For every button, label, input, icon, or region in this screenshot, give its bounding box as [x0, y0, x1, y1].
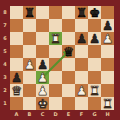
white-rook-h1[interactable]: ♜: [101, 97, 114, 110]
square-a6[interactable]: [10, 32, 23, 45]
square-g8[interactable]: ♚: [88, 6, 101, 19]
square-a2[interactable]: ♛: [10, 84, 23, 97]
square-e2[interactable]: [62, 84, 75, 97]
square-b2[interactable]: [23, 84, 36, 97]
rank-label: 3: [0, 71, 10, 84]
square-d6[interactable]: ♜: [49, 32, 62, 45]
white-rook-d6[interactable]: ♜: [49, 32, 62, 45]
square-f4[interactable]: [75, 58, 88, 71]
file-label: C: [36, 110, 49, 120]
square-e3[interactable]: [62, 71, 75, 84]
white-pawn-f2[interactable]: ♟: [75, 84, 88, 97]
square-b7[interactable]: [23, 19, 36, 32]
square-g6[interactable]: ♟: [88, 32, 101, 45]
square-c8[interactable]: [36, 6, 49, 19]
square-e8[interactable]: [62, 6, 75, 19]
square-h5[interactable]: [101, 45, 114, 58]
square-e4[interactable]: [62, 58, 75, 71]
white-queen-a2[interactable]: ♛: [10, 84, 23, 97]
square-d4[interactable]: [49, 58, 62, 71]
rank-label: 4: [0, 58, 10, 71]
square-f2[interactable]: ♟: [75, 84, 88, 97]
rank-label: 8: [0, 6, 10, 19]
square-e5[interactable]: ♛: [62, 45, 75, 58]
file-label: H: [101, 110, 114, 120]
file-labels: ABCDEFGH: [10, 110, 114, 120]
rank-label: 6: [0, 32, 10, 45]
square-c1[interactable]: ♚: [36, 97, 49, 110]
square-d5[interactable]: [49, 45, 62, 58]
square-b4[interactable]: ♟: [23, 58, 36, 71]
square-h4[interactable]: [101, 58, 114, 71]
black-king-g8[interactable]: ♚: [88, 6, 101, 19]
square-h6[interactable]: ♟: [101, 32, 114, 45]
white-pawn-h6[interactable]: ♟: [101, 32, 114, 45]
black-rook-f8[interactable]: ♜: [75, 6, 88, 19]
square-g4[interactable]: [88, 58, 101, 71]
square-c6[interactable]: [36, 32, 49, 45]
file-label: A: [10, 110, 23, 120]
file-label: D: [49, 110, 62, 120]
square-e7[interactable]: [62, 19, 75, 32]
square-b3[interactable]: [23, 71, 36, 84]
square-b6[interactable]: [23, 32, 36, 45]
black-queen-e5[interactable]: ♛: [62, 45, 75, 58]
square-h1[interactable]: ♜: [101, 97, 114, 110]
black-pawn-f6[interactable]: ♟: [75, 32, 88, 45]
square-g1[interactable]: [88, 97, 101, 110]
square-f5[interactable]: [75, 45, 88, 58]
white-rook-g2[interactable]: ♜: [88, 84, 101, 97]
file-label: G: [88, 110, 101, 120]
black-pawn-g6[interactable]: ♟: [88, 32, 101, 45]
file-label: E: [62, 110, 75, 120]
chess-board-frame: 87654321 ♜♜♚♟♜♟♟♟♛♟♟♟♟♛♟♟♜♚♜ ABCDEFGH: [0, 0, 120, 120]
rank-label: 5: [0, 45, 10, 58]
rank-label: 7: [0, 19, 10, 32]
square-d2[interactable]: [49, 84, 62, 97]
white-king-c1[interactable]: ♚: [36, 97, 49, 110]
square-a7[interactable]: [10, 19, 23, 32]
square-h3[interactable]: [101, 71, 114, 84]
square-b1[interactable]: [23, 97, 36, 110]
square-f6[interactable]: ♟: [75, 32, 88, 45]
rank-label: 1: [0, 97, 10, 110]
square-a8[interactable]: [10, 6, 23, 19]
square-f1[interactable]: [75, 97, 88, 110]
black-rook-b8[interactable]: ♜: [23, 6, 36, 19]
square-a5[interactable]: [10, 45, 23, 58]
board: ♜♜♚♟♜♟♟♟♛♟♟♟♟♛♟♟♜♚♜: [10, 6, 114, 110]
file-label: B: [23, 110, 36, 120]
square-c7[interactable]: [36, 19, 49, 32]
square-a1[interactable]: [10, 97, 23, 110]
square-d8[interactable]: [49, 6, 62, 19]
square-g5[interactable]: [88, 45, 101, 58]
square-b8[interactable]: ♜: [23, 6, 36, 19]
file-label: F: [75, 110, 88, 120]
square-d1[interactable]: [49, 97, 62, 110]
rank-labels: 87654321: [0, 6, 10, 110]
white-pawn-b4[interactable]: ♟: [23, 58, 36, 71]
rank-label: 2: [0, 84, 10, 97]
square-f8[interactable]: ♜: [75, 6, 88, 19]
square-d3[interactable]: [49, 71, 62, 84]
square-g2[interactable]: ♜: [88, 84, 101, 97]
square-e1[interactable]: [62, 97, 75, 110]
